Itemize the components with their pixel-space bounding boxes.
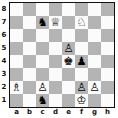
square-h8[interactable] [101, 3, 114, 16]
white-queen: ♕ [50, 16, 60, 29]
square-e2[interactable] [62, 81, 75, 94]
square-g2[interactable]: ♙ [88, 81, 101, 94]
square-h7[interactable] [101, 16, 114, 29]
square-h4[interactable] [101, 55, 114, 68]
square-e7[interactable] [62, 16, 75, 29]
file-label-b: b [23, 108, 36, 118]
black-king: ♚ [63, 55, 73, 68]
square-a6[interactable] [10, 29, 23, 42]
square-g4[interactable] [88, 55, 101, 68]
rank-label-3: 3 [0, 68, 8, 81]
square-e3[interactable] [62, 68, 75, 81]
square-a4[interactable] [10, 55, 23, 68]
file-label-e: e [62, 108, 75, 118]
rank-label-7: 7 [0, 16, 8, 29]
chess-board: ♞♕♘♙♚♟♗♙♙♙♞♔ [9, 2, 115, 108]
black-knight: ♞ [37, 94, 47, 107]
file-label-c: c [36, 108, 49, 118]
square-b3[interactable] [23, 68, 36, 81]
rank-label-8: 8 [0, 3, 8, 16]
square-b8[interactable] [23, 3, 36, 16]
rank-label-4: 4 [0, 55, 8, 68]
square-c4[interactable] [36, 55, 49, 68]
square-e4[interactable]: ♚ [62, 55, 75, 68]
square-d6[interactable] [49, 29, 62, 42]
square-a8[interactable] [10, 3, 23, 16]
square-g8[interactable] [88, 3, 101, 16]
chess-diagram: 87654321 ♞♕♘♙♚♟♗♙♙♙♞♔ abcdefgh [0, 0, 118, 118]
square-b2[interactable] [23, 81, 36, 94]
rank-labels: 87654321 [0, 2, 9, 108]
square-c7[interactable]: ♞ [36, 16, 49, 29]
white-bishop: ♗ [11, 81, 21, 94]
rank-label-5: 5 [0, 42, 8, 55]
square-g1[interactable] [88, 94, 101, 107]
white-pawn: ♙ [89, 81, 99, 94]
file-label-g: g [88, 108, 101, 118]
white-king: ♔ [76, 94, 86, 107]
square-a7[interactable] [10, 16, 23, 29]
square-f4[interactable]: ♟ [75, 55, 88, 68]
square-c1[interactable]: ♞ [36, 94, 49, 107]
square-e1[interactable] [62, 94, 75, 107]
square-d5[interactable] [49, 42, 62, 55]
square-h6[interactable] [101, 29, 114, 42]
square-h1[interactable] [101, 94, 114, 107]
square-g7[interactable] [88, 16, 101, 29]
rank-label-1: 1 [0, 94, 8, 107]
black-knight: ♞ [37, 16, 47, 29]
square-b5[interactable] [23, 42, 36, 55]
square-a2[interactable]: ♗ [10, 81, 23, 94]
square-g5[interactable] [88, 42, 101, 55]
file-label-h: h [101, 108, 114, 118]
square-b4[interactable] [23, 55, 36, 68]
square-a1[interactable] [10, 94, 23, 107]
square-f1[interactable]: ♔ [75, 94, 88, 107]
square-b7[interactable] [23, 16, 36, 29]
black-pawn: ♟ [76, 55, 86, 68]
rank-label-2: 2 [0, 81, 8, 94]
square-c5[interactable] [36, 42, 49, 55]
file-labels: abcdefgh [9, 108, 115, 118]
square-d4[interactable] [49, 55, 62, 68]
rank-label-6: 6 [0, 29, 8, 42]
square-a5[interactable] [10, 42, 23, 55]
square-b1[interactable] [23, 94, 36, 107]
square-h3[interactable] [101, 68, 114, 81]
square-d2[interactable] [49, 81, 62, 94]
file-label-d: d [49, 108, 62, 118]
white-knight: ♘ [76, 16, 86, 29]
file-label-a: a [10, 108, 23, 118]
square-f7[interactable]: ♘ [75, 16, 88, 29]
square-g6[interactable] [88, 29, 101, 42]
square-d7[interactable]: ♕ [49, 16, 62, 29]
square-b6[interactable] [23, 29, 36, 42]
square-h2[interactable] [101, 81, 114, 94]
square-h5[interactable] [101, 42, 114, 55]
square-d3[interactable] [49, 68, 62, 81]
square-d1[interactable] [49, 94, 62, 107]
square-c6[interactable] [36, 29, 49, 42]
file-label-f: f [75, 108, 88, 118]
square-e8[interactable] [62, 3, 75, 16]
square-f6[interactable] [75, 29, 88, 42]
